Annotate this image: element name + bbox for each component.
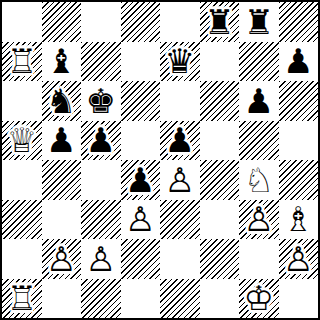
square-e5[interactable]: ♟♟ xyxy=(160,121,200,161)
piece-black-pawn[interactable]: ♟♟ xyxy=(42,121,82,161)
piece-glyph: ♛ xyxy=(160,42,200,82)
piece-glyph: ♙ xyxy=(239,200,279,240)
piece-glyph: ♖ xyxy=(2,279,42,319)
piece-black-pawn[interactable]: ♟♟ xyxy=(239,81,279,121)
square-b7[interactable]: ♝♝ xyxy=(42,42,82,82)
piece-black-queen[interactable]: ♛♛ xyxy=(160,42,200,82)
piece-glyph: ♜ xyxy=(200,2,240,42)
square-f7[interactable] xyxy=(200,42,240,82)
piece-black-king[interactable]: ♚♚ xyxy=(81,81,121,121)
square-h6[interactable] xyxy=(279,81,319,121)
piece-glyph: ♚ xyxy=(81,81,121,121)
square-d7[interactable] xyxy=(121,42,161,82)
square-h8[interactable] xyxy=(279,2,319,42)
square-c6[interactable]: ♚♚ xyxy=(81,81,121,121)
square-h4[interactable] xyxy=(279,160,319,200)
square-d2[interactable] xyxy=(121,239,161,279)
square-h3[interactable]: ♝♗ xyxy=(279,200,319,240)
square-g5[interactable] xyxy=(239,121,279,161)
square-b2[interactable]: ♟♙ xyxy=(42,239,82,279)
square-h2[interactable]: ♟♙ xyxy=(279,239,319,279)
square-a2[interactable] xyxy=(2,239,42,279)
piece-white-pawn[interactable]: ♟♙ xyxy=(42,239,82,279)
square-h1[interactable] xyxy=(279,279,319,319)
piece-glyph: ♟ xyxy=(42,121,82,161)
square-b4[interactable] xyxy=(42,160,82,200)
square-h7[interactable]: ♟♟ xyxy=(279,42,319,82)
square-c2[interactable]: ♟♙ xyxy=(81,239,121,279)
piece-white-knight[interactable]: ♞♘ xyxy=(239,160,279,200)
piece-white-queen[interactable]: ♛♕ xyxy=(2,121,42,161)
piece-black-pawn[interactable]: ♟♟ xyxy=(81,121,121,161)
piece-white-rook[interactable]: ♜♖ xyxy=(2,279,42,319)
piece-black-pawn[interactable]: ♟♟ xyxy=(121,160,161,200)
square-f2[interactable] xyxy=(200,239,240,279)
square-f5[interactable] xyxy=(200,121,240,161)
piece-white-pawn[interactable]: ♟♙ xyxy=(160,160,200,200)
piece-glyph: ♔ xyxy=(239,279,279,319)
piece-glyph: ♙ xyxy=(160,160,200,200)
square-e8[interactable] xyxy=(160,2,200,42)
piece-white-pawn[interactable]: ♟♙ xyxy=(239,200,279,240)
square-d4[interactable]: ♟♟ xyxy=(121,160,161,200)
square-g8[interactable]: ♜♜ xyxy=(239,2,279,42)
piece-glyph: ♟ xyxy=(81,121,121,161)
square-f6[interactable] xyxy=(200,81,240,121)
piece-white-rook[interactable]: ♜♖ xyxy=(2,42,42,82)
square-g2[interactable] xyxy=(239,239,279,279)
square-a1[interactable]: ♜♖ xyxy=(2,279,42,319)
square-a6[interactable] xyxy=(2,81,42,121)
piece-black-bishop[interactable]: ♝♝ xyxy=(42,42,82,82)
square-c4[interactable] xyxy=(81,160,121,200)
piece-glyph: ♙ xyxy=(42,239,82,279)
square-d3[interactable]: ♟♙ xyxy=(121,200,161,240)
square-b6[interactable]: ♞♞ xyxy=(42,81,82,121)
square-g7[interactable] xyxy=(239,42,279,82)
piece-glyph: ♙ xyxy=(81,239,121,279)
square-b1[interactable] xyxy=(42,279,82,319)
piece-white-bishop[interactable]: ♝♗ xyxy=(279,200,319,240)
square-c3[interactable] xyxy=(81,200,121,240)
square-e7[interactable]: ♛♛ xyxy=(160,42,200,82)
square-c1[interactable] xyxy=(81,279,121,319)
square-h5[interactable] xyxy=(279,121,319,161)
piece-glyph: ♙ xyxy=(279,239,319,279)
piece-glyph: ♟ xyxy=(279,42,319,82)
square-d8[interactable] xyxy=(121,2,161,42)
piece-glyph: ♟ xyxy=(239,81,279,121)
square-f3[interactable] xyxy=(200,200,240,240)
piece-glyph: ♙ xyxy=(121,200,161,240)
piece-glyph: ♕ xyxy=(2,121,42,161)
square-e2[interactable] xyxy=(160,239,200,279)
piece-black-knight[interactable]: ♞♞ xyxy=(42,81,82,121)
piece-black-rook[interactable]: ♜♜ xyxy=(200,2,240,42)
piece-white-pawn[interactable]: ♟♙ xyxy=(121,200,161,240)
square-e3[interactable] xyxy=(160,200,200,240)
square-f4[interactable] xyxy=(200,160,240,200)
square-a3[interactable] xyxy=(2,200,42,240)
piece-glyph: ♟ xyxy=(160,121,200,161)
square-d5[interactable] xyxy=(121,121,161,161)
piece-black-rook[interactable]: ♜♜ xyxy=(239,2,279,42)
piece-glyph: ♘ xyxy=(239,160,279,200)
square-c7[interactable] xyxy=(81,42,121,82)
chess-board: ♜♜♜♜♜♖♝♝♛♛♟♟♞♞♚♚♟♟♛♕♟♟♟♟♟♟♟♟♟♙♞♘♟♙♟♙♝♗♟♙… xyxy=(0,0,320,320)
square-a5[interactable]: ♛♕ xyxy=(2,121,42,161)
square-e1[interactable] xyxy=(160,279,200,319)
piece-glyph: ♟ xyxy=(121,160,161,200)
square-g1[interactable]: ♚♔ xyxy=(239,279,279,319)
piece-glyph: ♞ xyxy=(42,81,82,121)
square-b3[interactable] xyxy=(42,200,82,240)
piece-white-pawn[interactable]: ♟♙ xyxy=(81,239,121,279)
piece-glyph: ♝ xyxy=(42,42,82,82)
square-a8[interactable] xyxy=(2,2,42,42)
square-a7[interactable]: ♜♖ xyxy=(2,42,42,82)
piece-black-pawn[interactable]: ♟♟ xyxy=(279,42,319,82)
piece-white-pawn[interactable]: ♟♙ xyxy=(279,239,319,279)
piece-glyph: ♗ xyxy=(279,200,319,240)
square-g4[interactable]: ♞♘ xyxy=(239,160,279,200)
square-b8[interactable] xyxy=(42,2,82,42)
square-e6[interactable] xyxy=(160,81,200,121)
square-d1[interactable] xyxy=(121,279,161,319)
piece-white-king[interactable]: ♚♔ xyxy=(239,279,279,319)
square-g3[interactable]: ♟♙ xyxy=(239,200,279,240)
piece-glyph: ♖ xyxy=(2,42,42,82)
square-g6[interactable]: ♟♟ xyxy=(239,81,279,121)
square-f1[interactable] xyxy=(200,279,240,319)
square-a4[interactable] xyxy=(2,160,42,200)
square-d6[interactable] xyxy=(121,81,161,121)
piece-black-pawn[interactable]: ♟♟ xyxy=(160,121,200,161)
square-c5[interactable]: ♟♟ xyxy=(81,121,121,161)
square-b5[interactable]: ♟♟ xyxy=(42,121,82,161)
square-c8[interactable] xyxy=(81,2,121,42)
square-e4[interactable]: ♟♙ xyxy=(160,160,200,200)
piece-glyph: ♜ xyxy=(239,2,279,42)
square-f8[interactable]: ♜♜ xyxy=(200,2,240,42)
